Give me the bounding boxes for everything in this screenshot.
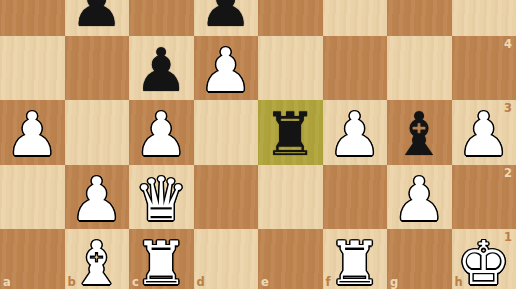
square-f2[interactable] [323,165,388,230]
square-d1[interactable]: d [194,229,259,289]
square-d5[interactable]: ♟ [194,0,259,36]
white-bishop[interactable]: ♝ [70,233,124,289]
white-pawn[interactable]: ♟ [134,104,188,164]
white-rook[interactable]: ♜ [134,233,188,289]
square-b2[interactable]: ♟ [65,165,130,230]
rank-label-4: 4 [504,39,512,51]
square-h3[interactable]: ♟3 [452,100,516,165]
white-pawn[interactable]: ♟ [5,104,59,164]
square-a5[interactable] [0,0,65,36]
file-label-a: a [3,277,11,289]
square-c2[interactable]: ♛ [129,165,194,230]
square-c5[interactable] [129,0,194,36]
square-g5[interactable] [387,0,452,36]
black-pawn[interactable]: ♟ [199,0,253,35]
white-pawn[interactable]: ♟ [457,104,511,164]
square-e3[interactable]: ♜ [258,100,323,165]
square-c3[interactable]: ♟ [129,100,194,165]
square-b3[interactable] [65,100,130,165]
white-pawn[interactable]: ♟ [70,169,124,229]
file-label-d: d [197,277,205,289]
square-a4[interactable] [0,36,65,101]
square-f1[interactable]: ♜f [323,229,388,289]
white-pawn[interactable]: ♟ [392,169,446,229]
square-c1[interactable]: ♜c [129,229,194,289]
chess-board: ♟♟5♟♟4♟♟♜♟♝♟3♟♛♟2a♝b♜cde♜fg♚1h [0,0,516,289]
square-e1[interactable]: e [258,229,323,289]
square-h2[interactable]: 2 [452,165,516,230]
black-rook[interactable]: ♜ [263,104,317,164]
square-b5[interactable]: ♟ [65,0,130,36]
black-pawn[interactable]: ♟ [70,0,124,35]
white-rook[interactable]: ♜ [328,233,382,289]
file-label-e: e [261,277,269,289]
square-a2[interactable] [0,165,65,230]
square-a3[interactable]: ♟ [0,100,65,165]
white-pawn[interactable]: ♟ [199,40,253,100]
square-b1[interactable]: ♝b [65,229,130,289]
square-f3[interactable]: ♟ [323,100,388,165]
file-label-g: g [390,277,398,289]
square-g1[interactable]: g [387,229,452,289]
square-a1[interactable]: a [0,229,65,289]
white-pawn[interactable]: ♟ [328,104,382,164]
square-e4[interactable] [258,36,323,101]
square-c4[interactable]: ♟ [129,36,194,101]
white-queen[interactable]: ♛ [134,169,188,229]
square-g4[interactable] [387,36,452,101]
square-f5[interactable] [323,0,388,36]
square-f4[interactable] [323,36,388,101]
square-d4[interactable]: ♟ [194,36,259,101]
square-g3[interactable]: ♝ [387,100,452,165]
black-pawn[interactable]: ♟ [134,40,188,100]
square-h4[interactable]: 4 [452,36,516,101]
square-d2[interactable] [194,165,259,230]
board-viewport: ♟♟5♟♟4♟♟♜♟♝♟3♟♛♟2a♝b♜cde♜fg♚1h [0,0,516,289]
square-h1[interactable]: ♚1h [452,229,516,289]
black-bishop[interactable]: ♝ [392,104,446,164]
square-e5[interactable] [258,0,323,36]
square-b4[interactable] [65,36,130,101]
square-e2[interactable] [258,165,323,230]
square-d3[interactable] [194,100,259,165]
white-king[interactable]: ♚ [457,233,511,289]
square-g2[interactable]: ♟ [387,165,452,230]
square-h5[interactable]: 5 [452,0,516,36]
